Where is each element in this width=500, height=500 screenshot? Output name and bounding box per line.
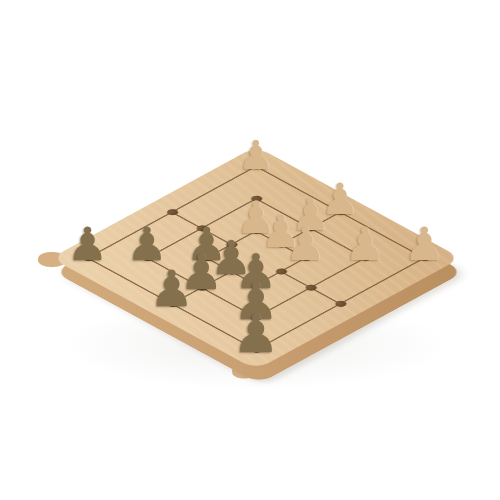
pegs-layer: ♟♟♟♟♟♟♟♟♟♟♟♟♟♟♟♟♟	[0, 0, 500, 500]
peg-light-f2: ♟	[344, 221, 385, 267]
peg-dark-a4: ♟	[149, 264, 194, 314]
product-photo: ♟♟♟♟♟♟♟♟♟♟♟♟♟♟♟♟♟	[0, 0, 500, 500]
peg-light-e3: ♟	[285, 221, 326, 267]
peg-light-g7: ♟	[238, 135, 274, 175]
peg-light-g1: ♟	[404, 221, 445, 267]
peg-dark-a1: ♟	[232, 307, 280, 360]
peg-dark-a7: ♟	[67, 221, 108, 267]
